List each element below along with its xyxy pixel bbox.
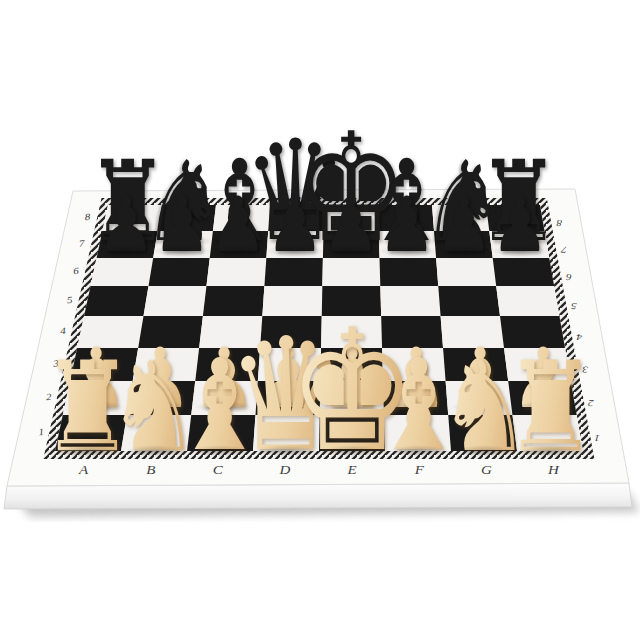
piece-white-rook[interactable]: ♜ [480,275,620,453]
pieces-layer: ♜♞♝♛♚♝♞♜♟♟♟♟♟♟♟♟♟♟♟♟♟♟♟♟♜♞♝♛♚♝♞♜ [0,0,640,640]
white-rook-glyph: ♜ [503,345,597,469]
piece-black-pawn[interactable]: ♟ [450,75,590,253]
chess-set-photo: ABCDEFGHABCDEFGH8877665544332211 ♜♞♝♛♚♝♞… [0,0,640,640]
